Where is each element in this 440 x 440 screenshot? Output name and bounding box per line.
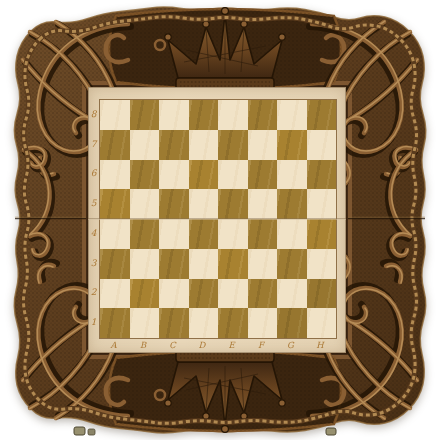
square-g7[interactable] (277, 130, 307, 160)
rank-label-8: 8 (88, 99, 99, 129)
square-a7[interactable] (100, 130, 130, 160)
square-d3[interactable] (189, 249, 219, 279)
carved-chess-board-photo: 87654321 ABCDEFGH (0, 0, 440, 440)
square-b3[interactable] (130, 249, 160, 279)
square-b6[interactable] (130, 160, 160, 190)
square-c5[interactable] (159, 189, 189, 219)
clasp-hinge-right (326, 428, 336, 435)
square-e2[interactable] (218, 279, 248, 309)
square-b4[interactable] (130, 219, 160, 249)
rank-label-6: 6 (88, 159, 99, 189)
rank-label-3: 3 (88, 248, 99, 278)
square-f6[interactable] (248, 160, 278, 190)
square-e6[interactable] (218, 160, 248, 190)
rank-label-4: 4 (88, 218, 99, 248)
square-d4[interactable] (189, 219, 219, 249)
square-e5[interactable] (218, 189, 248, 219)
square-g6[interactable] (277, 160, 307, 190)
square-d2[interactable] (189, 279, 219, 309)
square-f3[interactable] (248, 249, 278, 279)
square-a8[interactable] (100, 100, 130, 130)
file-label-d: D (188, 337, 218, 353)
square-c7[interactable] (159, 130, 189, 160)
square-b7[interactable] (130, 130, 160, 160)
file-label-f: F (247, 337, 277, 353)
file-label-e: E (217, 337, 247, 353)
rank-label-5: 5 (88, 188, 99, 218)
square-e3[interactable] (218, 249, 248, 279)
square-d5[interactable] (189, 189, 219, 219)
file-label-c: C (158, 337, 188, 353)
square-e8[interactable] (218, 100, 248, 130)
square-h6[interactable] (307, 160, 337, 190)
square-a2[interactable] (100, 279, 130, 309)
square-h2[interactable] (307, 279, 337, 309)
square-h3[interactable] (307, 249, 337, 279)
rank-label-1: 1 (88, 307, 99, 337)
square-g4[interactable] (277, 219, 307, 249)
file-label-a: A (99, 337, 129, 353)
rank-label-2: 2 (88, 278, 99, 308)
square-f7[interactable] (248, 130, 278, 160)
square-c4[interactable] (159, 219, 189, 249)
square-c6[interactable] (159, 160, 189, 190)
square-c1[interactable] (159, 308, 189, 338)
file-label-g: G (276, 337, 306, 353)
file-label-h: H (306, 337, 336, 353)
square-b2[interactable] (130, 279, 160, 309)
square-g1[interactable] (277, 308, 307, 338)
square-h1[interactable] (307, 308, 337, 338)
square-g3[interactable] (277, 249, 307, 279)
square-g8[interactable] (277, 100, 307, 130)
square-g5[interactable] (277, 189, 307, 219)
square-d1[interactable] (189, 308, 219, 338)
square-c8[interactable] (159, 100, 189, 130)
square-f1[interactable] (248, 308, 278, 338)
square-a5[interactable] (100, 189, 130, 219)
square-h4[interactable] (307, 219, 337, 249)
square-b5[interactable] (130, 189, 160, 219)
board-fold-seam (88, 218, 346, 220)
square-c3[interactable] (159, 249, 189, 279)
square-d6[interactable] (189, 160, 219, 190)
file-labels: ABCDEFGH (99, 337, 335, 353)
square-d7[interactable] (189, 130, 219, 160)
square-f2[interactable] (248, 279, 278, 309)
square-b1[interactable] (130, 308, 160, 338)
square-a1[interactable] (100, 308, 130, 338)
square-e4[interactable] (218, 219, 248, 249)
rank-label-7: 7 (88, 129, 99, 159)
square-h8[interactable] (307, 100, 337, 130)
square-h5[interactable] (307, 189, 337, 219)
square-a3[interactable] (100, 249, 130, 279)
square-c2[interactable] (159, 279, 189, 309)
file-label-b: B (129, 337, 159, 353)
square-a6[interactable] (100, 160, 130, 190)
square-e1[interactable] (218, 308, 248, 338)
square-f5[interactable] (248, 189, 278, 219)
clasp-hinge-left (74, 427, 95, 435)
square-a4[interactable] (100, 219, 130, 249)
square-f8[interactable] (248, 100, 278, 130)
square-b8[interactable] (130, 100, 160, 130)
square-e7[interactable] (218, 130, 248, 160)
square-f4[interactable] (248, 219, 278, 249)
chess-board-panel: 87654321 ABCDEFGH (88, 87, 346, 353)
square-d8[interactable] (189, 100, 219, 130)
square-g2[interactable] (277, 279, 307, 309)
square-h7[interactable] (307, 130, 337, 160)
